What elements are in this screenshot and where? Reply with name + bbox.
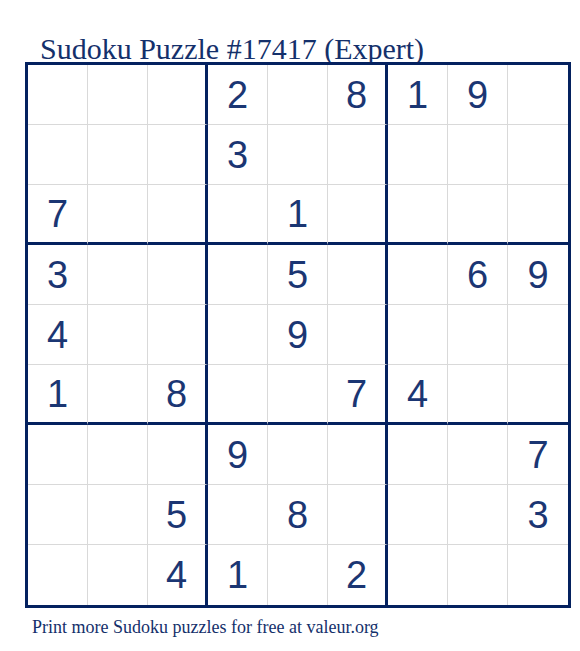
cell-r3c3 (148, 185, 208, 245)
cell-r4c7 (388, 245, 448, 305)
puzzle-title: Sudoku Puzzle #17417 (Expert) (40, 32, 424, 66)
cell-r7c9: 7 (508, 425, 568, 485)
cell-r6c7: 4 (388, 365, 448, 425)
cell-r1c7: 1 (388, 65, 448, 125)
cell-r4c8: 6 (448, 245, 508, 305)
cell-r5c6 (328, 305, 388, 365)
cell-r9c5 (268, 545, 328, 605)
cell-r8c4 (208, 485, 268, 545)
cell-r9c9 (508, 545, 568, 605)
cell-r6c3: 8 (148, 365, 208, 425)
cell-r5c5: 9 (268, 305, 328, 365)
cell-r8c6 (328, 485, 388, 545)
cell-r9c7 (388, 545, 448, 605)
cell-r4c9: 9 (508, 245, 568, 305)
cell-r2c2 (88, 125, 148, 185)
cell-r2c6 (328, 125, 388, 185)
cell-r9c1 (28, 545, 88, 605)
cell-r7c8 (448, 425, 508, 485)
cell-r8c9: 3 (508, 485, 568, 545)
cell-r1c4: 2 (208, 65, 268, 125)
cell-r4c4 (208, 245, 268, 305)
cell-r9c2 (88, 545, 148, 605)
cell-r8c5: 8 (268, 485, 328, 545)
cell-r1c6: 8 (328, 65, 388, 125)
cell-r3c6 (328, 185, 388, 245)
cell-r7c6 (328, 425, 388, 485)
cell-r5c8 (448, 305, 508, 365)
cell-r1c1 (28, 65, 88, 125)
cell-r5c7 (388, 305, 448, 365)
cell-r7c4: 9 (208, 425, 268, 485)
cell-r8c8 (448, 485, 508, 545)
cell-r6c8 (448, 365, 508, 425)
cell-r9c3: 4 (148, 545, 208, 605)
cell-r2c5 (268, 125, 328, 185)
sudoku-grid: 2819371356949187497583412 (25, 62, 571, 608)
cell-r3c8 (448, 185, 508, 245)
cell-r3c2 (88, 185, 148, 245)
cell-r2c9 (508, 125, 568, 185)
cell-r7c1 (28, 425, 88, 485)
cell-r3c1: 7 (28, 185, 88, 245)
cell-r7c7 (388, 425, 448, 485)
cell-r1c8: 9 (448, 65, 508, 125)
cell-r5c9 (508, 305, 568, 365)
cell-r8c3: 5 (148, 485, 208, 545)
cell-r2c8 (448, 125, 508, 185)
cell-r6c4 (208, 365, 268, 425)
cell-r5c1: 4 (28, 305, 88, 365)
cell-r9c8 (448, 545, 508, 605)
cell-r3c4 (208, 185, 268, 245)
cell-r9c4: 1 (208, 545, 268, 605)
cell-r2c7 (388, 125, 448, 185)
cell-r6c5 (268, 365, 328, 425)
cell-r4c3 (148, 245, 208, 305)
cell-r2c3 (148, 125, 208, 185)
cell-r4c1: 3 (28, 245, 88, 305)
cell-r8c1 (28, 485, 88, 545)
cell-r6c9 (508, 365, 568, 425)
cell-r1c9 (508, 65, 568, 125)
cell-r6c2 (88, 365, 148, 425)
cell-r1c2 (88, 65, 148, 125)
cell-r1c3 (148, 65, 208, 125)
cell-r7c5 (268, 425, 328, 485)
cell-r7c2 (88, 425, 148, 485)
cell-r4c6 (328, 245, 388, 305)
cell-r4c2 (88, 245, 148, 305)
cell-r5c2 (88, 305, 148, 365)
cell-r4c5: 5 (268, 245, 328, 305)
cell-r3c5: 1 (268, 185, 328, 245)
cell-r5c3 (148, 305, 208, 365)
cell-r5c4 (208, 305, 268, 365)
cell-r7c3 (148, 425, 208, 485)
cell-r8c7 (388, 485, 448, 545)
cell-r1c5 (268, 65, 328, 125)
cell-r8c2 (88, 485, 148, 545)
cell-r3c7 (388, 185, 448, 245)
footer-credit: Print more Sudoku puzzles for free at va… (32, 617, 379, 638)
cell-r6c6: 7 (328, 365, 388, 425)
cell-r2c1 (28, 125, 88, 185)
cell-r3c9 (508, 185, 568, 245)
cell-r6c1: 1 (28, 365, 88, 425)
cell-r2c4: 3 (208, 125, 268, 185)
cell-r9c6: 2 (328, 545, 388, 605)
